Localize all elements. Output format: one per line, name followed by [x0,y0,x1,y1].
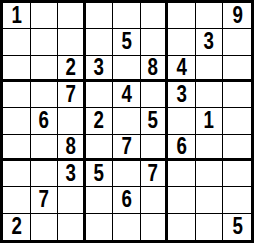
sudoku-cell-r7c1[interactable] [3,161,31,187]
sudoku-cell-r1c9: 9 [223,3,251,29]
sudoku-cell-r9c1: 2 [3,214,31,240]
sudoku-cell-r7c7[interactable] [168,161,196,187]
sudoku-cell-r2c6[interactable] [141,29,169,55]
given-digit: 6 [121,187,131,212]
given-digit: 3 [176,82,186,107]
sudoku-cell-r2c9[interactable] [223,29,251,55]
sudoku-cell-r1c7[interactable] [168,3,196,29]
sudoku-cell-r9c5[interactable] [113,214,141,240]
sudoku-cell-r6c1[interactable] [3,135,31,161]
sudoku-cell-r9c3[interactable] [58,214,86,240]
sudoku-cell-r5c1[interactable] [3,108,31,134]
sudoku-cell-r3c4: 3 [86,56,114,82]
sudoku-cell-r8c3[interactable] [58,187,86,213]
sudoku-cell-r1c6[interactable] [141,3,169,29]
sudoku-cell-r9c9: 5 [223,214,251,240]
sudoku-cell-r5c3[interactable] [58,108,86,134]
given-digit: 1 [11,3,21,28]
sudoku-cell-r3c6: 8 [141,56,169,82]
given-digit: 1 [204,108,214,133]
given-digit: 8 [148,56,158,80]
sudoku-cell-r8c9[interactable] [223,187,251,213]
sudoku-cell-r8c2: 7 [31,187,59,213]
sudoku-cell-r1c8[interactable] [196,3,224,29]
sudoku-cell-r4c9[interactable] [223,82,251,108]
sudoku-cell-r3c7: 4 [168,56,196,82]
sudoku-cell-r5c4: 2 [86,108,114,134]
sudoku-cell-r1c5[interactable] [113,3,141,29]
sudoku-cell-r9c4[interactable] [86,214,114,240]
given-digit: 7 [39,187,49,212]
given-digit: 2 [11,214,21,239]
sudoku-cell-r4c2[interactable] [31,82,59,108]
given-digit: 9 [232,3,242,28]
sudoku-cell-r4c3: 7 [58,82,86,108]
sudoku-cell-r3c9[interactable] [223,56,251,82]
given-digit: 5 [121,29,131,54]
sudoku-cell-r8c6[interactable] [141,187,169,213]
given-digit: 7 [121,135,131,159]
sudoku-cell-r6c7: 6 [168,135,196,161]
sudoku-cell-r7c6: 7 [141,161,169,187]
sudoku-cell-r3c1[interactable] [3,56,31,82]
sudoku-cell-r2c5: 5 [113,29,141,55]
sudoku-cell-r4c8[interactable] [196,82,224,108]
sudoku-cell-r7c4: 5 [86,161,114,187]
sudoku-cell-r2c4[interactable] [86,29,114,55]
sudoku-cell-r9c2[interactable] [31,214,59,240]
sudoku-cell-r6c5: 7 [113,135,141,161]
sudoku-cell-r5c9[interactable] [223,108,251,134]
sudoku-cell-r4c5: 4 [113,82,141,108]
given-digit: 5 [232,214,242,239]
sudoku-cell-r2c8: 3 [196,29,224,55]
sudoku-cell-r6c2[interactable] [31,135,59,161]
sudoku-cell-r6c3: 8 [58,135,86,161]
sudoku-cell-r1c2[interactable] [31,3,59,29]
sudoku-cell-r2c2[interactable] [31,29,59,55]
given-digit: 2 [94,108,104,133]
sudoku-cell-r3c2[interactable] [31,56,59,82]
sudoku-cell-r8c7[interactable] [168,187,196,213]
sudoku-cell-r3c8[interactable] [196,56,224,82]
sudoku-cell-r8c1[interactable] [3,187,31,213]
sudoku-cell-r4c7: 3 [168,82,196,108]
given-digit: 3 [94,56,104,80]
sudoku-cell-r2c1[interactable] [3,29,31,55]
sudoku-cell-r7c5[interactable] [113,161,141,187]
sudoku-cell-r6c9[interactable] [223,135,251,161]
sudoku-cell-r8c8[interactable] [196,187,224,213]
given-digit: 3 [204,29,214,54]
sudoku-cell-r3c5[interactable] [113,56,141,82]
sudoku-cell-r1c1: 1 [3,3,31,29]
given-digit: 4 [121,82,131,107]
sudoku-cell-r2c7[interactable] [168,29,196,55]
given-digit: 8 [65,135,75,159]
sudoku-cell-r3c3: 2 [58,56,86,82]
sudoku-cell-r4c1[interactable] [3,82,31,108]
given-digit: 4 [176,56,186,80]
sudoku-cell-r4c6[interactable] [141,82,169,108]
given-digit: 5 [94,161,104,186]
sudoku-cell-r7c8[interactable] [196,161,224,187]
sudoku-cell-r2c3[interactable] [58,29,86,55]
sudoku-cell-r9c6[interactable] [141,214,169,240]
given-digit: 6 [176,135,186,159]
sudoku-cell-r5c2: 6 [31,108,59,134]
given-digit: 7 [65,82,75,107]
sudoku-cell-r5c7[interactable] [168,108,196,134]
sudoku-cell-r5c6: 5 [141,108,169,134]
sudoku-cell-r9c8[interactable] [196,214,224,240]
sudoku-cell-r6c6[interactable] [141,135,169,161]
sudoku-cell-r7c9[interactable] [223,161,251,187]
given-digit: 3 [65,161,75,186]
sudoku-cell-r5c5[interactable] [113,108,141,134]
sudoku-cell-r8c4[interactable] [86,187,114,213]
sudoku-cell-r7c2[interactable] [31,161,59,187]
sudoku-cell-r5c8: 1 [196,108,224,134]
sudoku-cell-r1c4[interactable] [86,3,114,29]
sudoku-cell-r6c4[interactable] [86,135,114,161]
given-digit: 7 [148,161,158,186]
sudoku-cell-r9c7[interactable] [168,214,196,240]
sudoku-board: 1953238474362518763577625 [0,0,254,243]
sudoku-cell-r6c8[interactable] [196,135,224,161]
given-digit: 5 [148,108,158,133]
sudoku-cell-r4c4[interactable] [86,82,114,108]
given-digit: 6 [39,108,49,133]
sudoku-cell-r1c3[interactable] [58,3,86,29]
sudoku-cell-r8c5: 6 [113,187,141,213]
sudoku-cell-r7c3: 3 [58,161,86,187]
given-digit: 2 [65,56,75,80]
